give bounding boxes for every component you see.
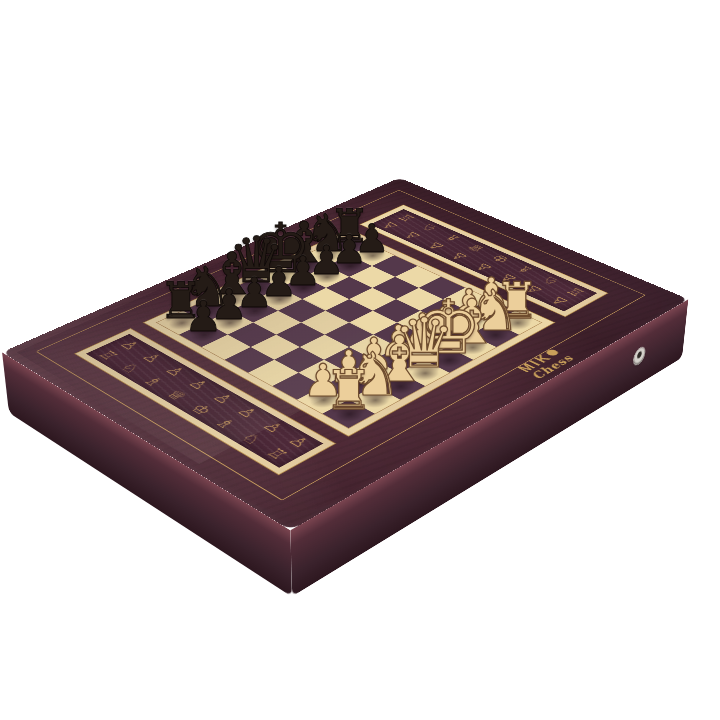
- square-b5[interactable]: [251, 335, 300, 360]
- pawn-outline-icon: ♙: [259, 419, 287, 434]
- knight-outline-icon: ♘: [418, 222, 441, 232]
- square-c5[interactable]: [276, 323, 325, 347]
- rook-outline-icon: ♖: [564, 286, 589, 298]
- knight-outline-icon: ♘: [237, 431, 265, 447]
- queen-outline-icon: ♕: [464, 243, 488, 254]
- pawn-outline-icon: ♙: [139, 351, 165, 365]
- pawn-outline-icon: ♙: [285, 434, 313, 450]
- pawn-outline-icon: ♙: [185, 377, 212, 391]
- piece-black-pawn-a7[interactable]: ♟: [158, 296, 248, 338]
- king-outline-icon: ♔: [488, 253, 512, 264]
- rook-outline-icon: ♖: [263, 446, 292, 462]
- square-a5[interactable]: [225, 347, 275, 373]
- power-button[interactable]: [633, 345, 645, 367]
- pawn-outline-icon: ♙: [162, 364, 189, 378]
- pawn-outline-icon: ♙: [209, 391, 236, 406]
- bishop-outline-icon: ♗: [212, 416, 240, 431]
- bishop-outline-icon: ♗: [441, 232, 464, 243]
- brand-letters: MIK: [514, 352, 556, 374]
- pawn-outline-icon: ♙: [234, 405, 262, 420]
- bishop-outline-icon: ♗: [140, 375, 167, 389]
- knight-outline-icon: ♘: [117, 361, 144, 375]
- queen-outline-icon: ♕: [163, 388, 190, 403]
- king-outline-icon: ♔: [187, 402, 215, 417]
- piece-white-rook-a1[interactable]: ♜: [304, 364, 394, 418]
- pawn-outline-icon: ♙: [117, 339, 143, 352]
- rook-outline-icon: ♖: [95, 348, 121, 361]
